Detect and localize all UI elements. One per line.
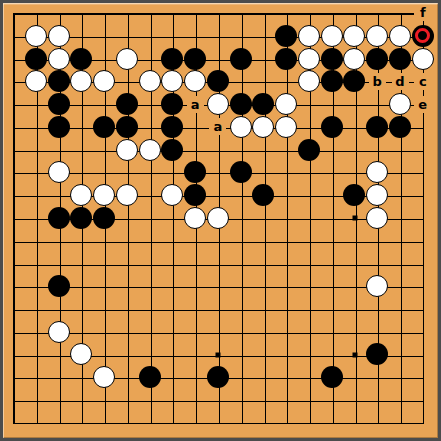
board-point (320, 298, 343, 321)
board-point (138, 389, 161, 412)
board-point (70, 47, 93, 70)
board-point (47, 389, 70, 412)
white-stone (298, 70, 320, 92)
board-point (389, 138, 412, 161)
board-point (275, 275, 298, 298)
white-stone (412, 48, 434, 70)
board-point (366, 161, 389, 184)
board-point (93, 93, 116, 116)
board-point (389, 47, 412, 70)
board-point (93, 184, 116, 207)
board-point (252, 389, 275, 412)
board-point (2, 411, 25, 434)
board-point (47, 184, 70, 207)
black-stone (161, 116, 183, 138)
black-stone (343, 184, 365, 206)
board-point (275, 47, 298, 70)
board-point (115, 229, 138, 252)
board-point (138, 207, 161, 230)
board-point (411, 320, 434, 343)
board-point (93, 320, 116, 343)
point-label-d: d (392, 73, 409, 90)
board-point (184, 389, 207, 412)
board-point (138, 184, 161, 207)
board-point (24, 161, 47, 184)
black-stone (161, 139, 183, 161)
board-point (184, 115, 207, 138)
board-point (229, 252, 252, 275)
board-point (24, 366, 47, 389)
board-point (47, 24, 70, 47)
board-point (229, 138, 252, 161)
board-point (229, 389, 252, 412)
board-point (320, 2, 343, 25)
white-stone (275, 116, 297, 138)
board-point (275, 320, 298, 343)
white-stone (139, 70, 161, 92)
board-point (411, 161, 434, 184)
board-point (275, 298, 298, 321)
board-point (229, 70, 252, 93)
board-point (47, 2, 70, 25)
board-point (343, 138, 366, 161)
board-point (138, 343, 161, 366)
board-point (366, 184, 389, 207)
white-stone (70, 343, 92, 365)
board-point (229, 411, 252, 434)
board-point (2, 70, 25, 93)
white-stone (70, 184, 92, 206)
white-stone (161, 184, 183, 206)
board-point (184, 47, 207, 70)
board-point (298, 47, 321, 70)
board-point (93, 47, 116, 70)
board-point (320, 161, 343, 184)
board-point (161, 70, 184, 93)
white-stone (161, 70, 183, 92)
board-point (207, 70, 230, 93)
board-point (2, 138, 25, 161)
board-point (70, 70, 93, 93)
white-stone (184, 207, 206, 229)
board-point: a (184, 93, 207, 116)
board-point (115, 115, 138, 138)
board-point (161, 138, 184, 161)
board-point (389, 161, 412, 184)
board-point (161, 343, 184, 366)
board-point (298, 389, 321, 412)
red-circle-mark (415, 28, 430, 43)
point-label-f: f (414, 4, 431, 21)
point-label-b: b (369, 73, 386, 90)
board-point (366, 138, 389, 161)
board-point (366, 252, 389, 275)
point-label-c: c (414, 73, 431, 90)
board-point (47, 47, 70, 70)
board-point (320, 229, 343, 252)
board-point (389, 115, 412, 138)
board-point (411, 275, 434, 298)
board-point (47, 161, 70, 184)
board-point (275, 389, 298, 412)
board-point (115, 2, 138, 25)
board-point (275, 343, 298, 366)
board-point (115, 161, 138, 184)
board-point (411, 343, 434, 366)
board-point (229, 161, 252, 184)
black-stone (207, 70, 229, 92)
board-point (207, 389, 230, 412)
board-point (138, 47, 161, 70)
board-point (252, 184, 275, 207)
board-point (343, 115, 366, 138)
black-stone (184, 184, 206, 206)
board-point (184, 70, 207, 93)
board-point (70, 320, 93, 343)
board-point (207, 320, 230, 343)
board-point (115, 207, 138, 230)
board-point (252, 138, 275, 161)
board-point (138, 366, 161, 389)
board-point (207, 47, 230, 70)
board-point (24, 411, 47, 434)
board-point (70, 2, 93, 25)
board-point (115, 389, 138, 412)
board-point (24, 70, 47, 93)
board-point (70, 366, 93, 389)
board-point (320, 275, 343, 298)
board-point (275, 229, 298, 252)
black-stone (389, 116, 411, 138)
black-stone (321, 48, 343, 70)
board-point (93, 24, 116, 47)
board-point (229, 184, 252, 207)
board-point (298, 298, 321, 321)
board-point (2, 252, 25, 275)
white-stone (139, 139, 161, 161)
black-stone (161, 48, 183, 70)
black-stone (139, 366, 161, 388)
board-point (366, 47, 389, 70)
board-point (115, 138, 138, 161)
board-point (115, 275, 138, 298)
board-point (115, 252, 138, 275)
board-point (389, 366, 412, 389)
board-point (320, 411, 343, 434)
board-point (411, 389, 434, 412)
black-stone (366, 116, 388, 138)
board-point (252, 229, 275, 252)
white-stone (207, 207, 229, 229)
board-point: c (411, 70, 434, 93)
board-point (275, 138, 298, 161)
board-point (2, 2, 25, 25)
point-label-e: e (414, 96, 431, 113)
board-point (70, 343, 93, 366)
board-point (389, 207, 412, 230)
board-point (161, 207, 184, 230)
board-point (2, 161, 25, 184)
board-point (366, 24, 389, 47)
board-point (93, 366, 116, 389)
board-point (343, 229, 366, 252)
board-point (298, 161, 321, 184)
board-point (2, 24, 25, 47)
board-point (93, 252, 116, 275)
board-point (70, 207, 93, 230)
board-point (184, 2, 207, 25)
black-stone (343, 70, 365, 92)
board-point (138, 411, 161, 434)
board-point (252, 320, 275, 343)
board-point (389, 93, 412, 116)
board-point (70, 184, 93, 207)
board-point (320, 366, 343, 389)
point-label-a: a (209, 118, 226, 135)
board-point (2, 229, 25, 252)
board-point (366, 115, 389, 138)
board-point (320, 70, 343, 93)
board-point (93, 275, 116, 298)
board-point (161, 275, 184, 298)
board-point (2, 93, 25, 116)
black-stone (321, 116, 343, 138)
board-point (24, 24, 47, 47)
board-point (389, 24, 412, 47)
board-point (343, 93, 366, 116)
board-point (411, 252, 434, 275)
board-point (298, 24, 321, 47)
board-point (161, 366, 184, 389)
board-point (229, 207, 252, 230)
board-point (161, 2, 184, 25)
board-point (320, 93, 343, 116)
board-point (320, 184, 343, 207)
board-point (93, 229, 116, 252)
board-point (275, 2, 298, 25)
board-point (47, 70, 70, 93)
board-point (70, 275, 93, 298)
board-point (2, 184, 25, 207)
board-point (207, 24, 230, 47)
board-point (298, 366, 321, 389)
board-point (252, 24, 275, 47)
board-point (275, 184, 298, 207)
board-point (184, 184, 207, 207)
board-point (70, 138, 93, 161)
board-point (252, 411, 275, 434)
board-point (252, 298, 275, 321)
board-point (411, 24, 434, 47)
board-point (275, 161, 298, 184)
white-stone (321, 25, 343, 47)
white-stone (116, 184, 138, 206)
board-point (24, 389, 47, 412)
black-stone (48, 93, 70, 115)
board-point (343, 161, 366, 184)
board-point (275, 93, 298, 116)
white-stone (70, 70, 92, 92)
black-stone (48, 116, 70, 138)
board-point (320, 138, 343, 161)
board-point (366, 229, 389, 252)
board-point (411, 411, 434, 434)
board-point (320, 320, 343, 343)
board-point (138, 229, 161, 252)
board-point (343, 389, 366, 412)
board-point (115, 343, 138, 366)
board-point (320, 343, 343, 366)
board-point (389, 252, 412, 275)
board-point (298, 2, 321, 25)
board-point (207, 252, 230, 275)
board-point (47, 343, 70, 366)
board-point (70, 93, 93, 116)
board-point (252, 115, 275, 138)
board-point (343, 70, 366, 93)
black-stone (298, 139, 320, 161)
white-stone (230, 116, 252, 138)
board-point (366, 275, 389, 298)
board-point (207, 411, 230, 434)
board-point (24, 320, 47, 343)
black-stone (275, 48, 297, 70)
board-point (2, 343, 25, 366)
board-point (343, 24, 366, 47)
white-stone (48, 25, 70, 47)
board-point (47, 93, 70, 116)
board-point (47, 411, 70, 434)
board-point (207, 2, 230, 25)
board-point (24, 184, 47, 207)
board-point (252, 2, 275, 25)
board-point (24, 93, 47, 116)
board-point (343, 275, 366, 298)
board-point (252, 47, 275, 70)
board-point (24, 252, 47, 275)
board-point (275, 411, 298, 434)
board-point (411, 298, 434, 321)
board-point (343, 47, 366, 70)
board-point (343, 252, 366, 275)
go-board: fbdcaea (0, 0, 441, 441)
board-point (161, 47, 184, 70)
board-point (229, 298, 252, 321)
board-point (411, 229, 434, 252)
white-stone (25, 70, 47, 92)
board-point (207, 207, 230, 230)
board-point (207, 161, 230, 184)
board-point (343, 411, 366, 434)
white-stone (48, 48, 70, 70)
board-point (229, 93, 252, 116)
board-point (320, 47, 343, 70)
board-point (2, 320, 25, 343)
board-point (138, 115, 161, 138)
black-stone (48, 70, 70, 92)
board-point (298, 320, 321, 343)
board-point (389, 320, 412, 343)
board-point (343, 184, 366, 207)
board-point (115, 93, 138, 116)
board-point (229, 366, 252, 389)
white-stone (184, 70, 206, 92)
board-point (184, 298, 207, 321)
board-point (24, 2, 47, 25)
board-point (411, 138, 434, 161)
board-point (24, 229, 47, 252)
black-stone (252, 184, 274, 206)
board-point (298, 184, 321, 207)
board-point (389, 343, 412, 366)
board-point (252, 343, 275, 366)
black-stone (366, 343, 388, 365)
board-point (161, 229, 184, 252)
white-stone (93, 70, 115, 92)
board-point (93, 70, 116, 93)
board-point (343, 343, 366, 366)
board-point (275, 207, 298, 230)
board-point (138, 275, 161, 298)
board-point (47, 320, 70, 343)
board-point (70, 411, 93, 434)
board-point (366, 320, 389, 343)
black-stone (70, 207, 92, 229)
board-point (298, 252, 321, 275)
board-point (252, 252, 275, 275)
board-point (252, 93, 275, 116)
board-point (115, 70, 138, 93)
board-point (70, 229, 93, 252)
board-point (138, 252, 161, 275)
black-stone (230, 161, 252, 183)
black-stone (230, 48, 252, 70)
board-point (343, 320, 366, 343)
white-stone (366, 275, 388, 297)
black-stone (275, 25, 297, 47)
board-point (93, 2, 116, 25)
white-stone (366, 161, 388, 183)
board-point: a (207, 115, 230, 138)
board-point (366, 411, 389, 434)
board-point (411, 366, 434, 389)
board-point (47, 229, 70, 252)
white-stone (116, 48, 138, 70)
board-point (93, 389, 116, 412)
board-point (275, 366, 298, 389)
board-point (47, 138, 70, 161)
board-point (411, 115, 434, 138)
board-point (389, 411, 412, 434)
board-point (298, 275, 321, 298)
board-point (184, 161, 207, 184)
board-point: f (411, 2, 434, 25)
board-point (275, 252, 298, 275)
board-point (24, 343, 47, 366)
board-point (366, 2, 389, 25)
board-point (138, 24, 161, 47)
board-point (24, 115, 47, 138)
board-point (298, 138, 321, 161)
board-point (24, 47, 47, 70)
board-point (93, 411, 116, 434)
board-point (184, 366, 207, 389)
black-stone (184, 161, 206, 183)
black-stone (321, 70, 343, 92)
black-stone (321, 366, 343, 388)
white-stone (93, 366, 115, 388)
board-point (70, 252, 93, 275)
